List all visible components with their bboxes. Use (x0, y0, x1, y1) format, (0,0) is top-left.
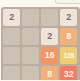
tile-32-r4c4: 32 (60, 66, 77, 80)
tile-8-r4c3: 8 (41, 66, 58, 80)
tile-128-r3c4: 128 (60, 47, 77, 64)
tile-16-r3c3: 16 (41, 47, 58, 64)
tile-2-r1c1: 2 (3, 9, 20, 26)
cell-empty-r1c3 (41, 9, 58, 26)
cell-empty-r4c2 (22, 66, 39, 80)
cell-empty-r3c1 (3, 47, 20, 64)
tile-8-r2c4: 8 (60, 28, 77, 45)
cell-empty-r4c1 (3, 66, 20, 80)
board-2048[interactable]: 222816128832 (1, 7, 80, 81)
tile-2-r1c4: 2 (60, 9, 77, 26)
cell-empty-r2c2 (22, 28, 39, 45)
cell-empty-r3c2 (22, 47, 39, 64)
cut-off-top-widget[interactable] (55, 0, 80, 4)
cell-empty-r2c1 (3, 28, 20, 45)
tile-2-r2c3: 2 (41, 28, 58, 45)
cell-empty-r1c2 (22, 9, 39, 26)
